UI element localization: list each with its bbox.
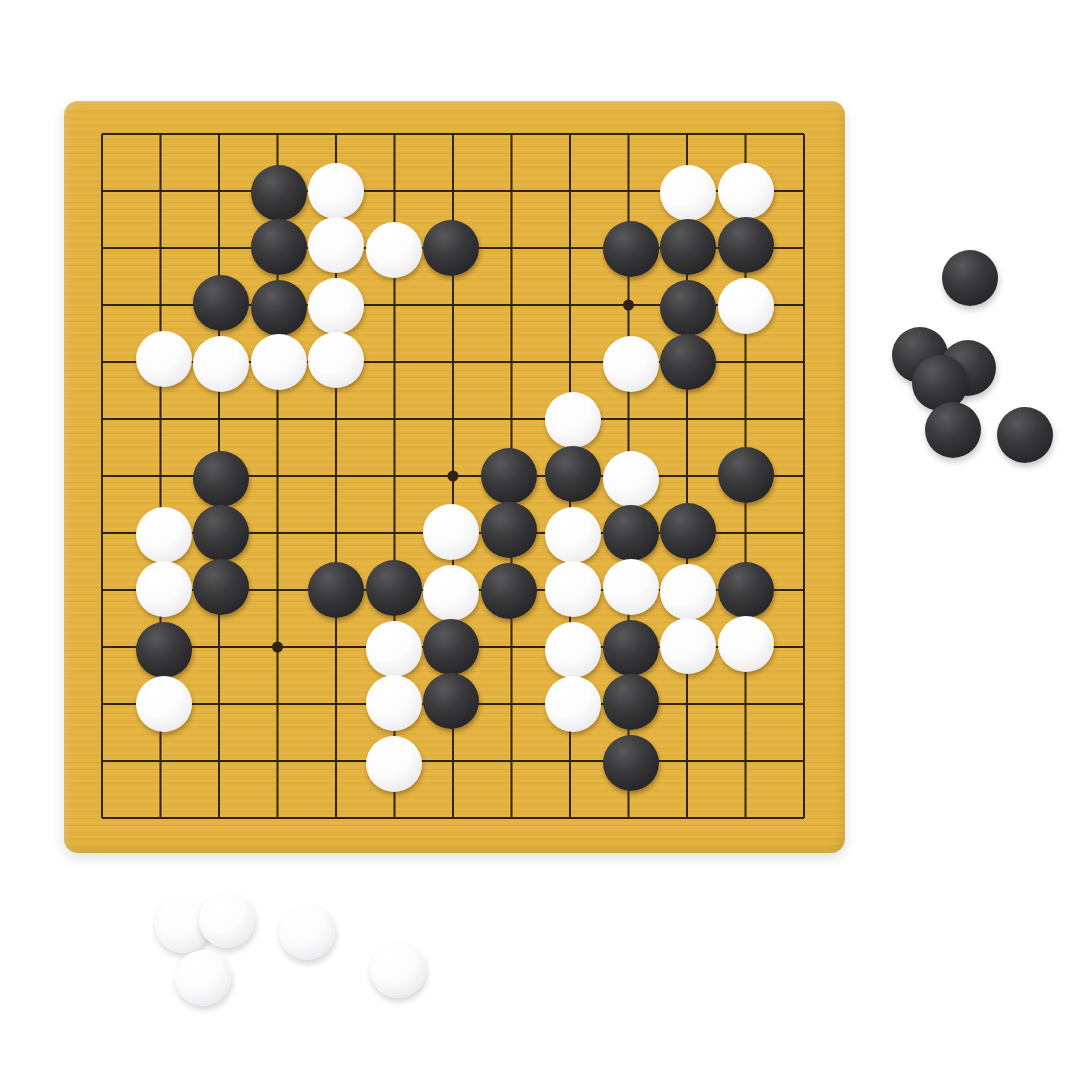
intersection-G8[interactable] — [424, 391, 483, 448]
black-stone-J7[interactable] — [545, 446, 601, 502]
intersection-N7[interactable] — [775, 448, 834, 505]
intersection-H2[interactable] — [482, 733, 541, 790]
white-stone-K7[interactable] — [603, 451, 659, 507]
intersection-J13[interactable] — [541, 106, 600, 163]
intersection-C4[interactable] — [190, 619, 249, 676]
intersection-L3[interactable] — [658, 676, 717, 733]
intersection-M12[interactable] — [716, 163, 775, 220]
intersection-K10[interactable] — [599, 277, 658, 334]
intersection-F2[interactable] — [365, 733, 424, 790]
intersection-L9[interactable] — [658, 334, 717, 391]
intersection-M9[interactable] — [716, 334, 775, 391]
white-stone-F3[interactable] — [366, 675, 422, 731]
intersection-N3[interactable] — [775, 676, 834, 733]
intersection-M1[interactable] — [716, 790, 775, 847]
white-stone-B3[interactable] — [136, 676, 192, 732]
intersection-K9[interactable] — [599, 334, 658, 391]
white-stone-L5[interactable] — [660, 564, 716, 620]
white-stone-M10[interactable] — [718, 278, 774, 334]
intersection-D1[interactable] — [248, 790, 307, 847]
intersection-F11[interactable] — [365, 220, 424, 277]
intersection-B9[interactable] — [131, 334, 190, 391]
intersection-L10[interactable] — [658, 277, 717, 334]
intersection-G5[interactable] — [424, 562, 483, 619]
intersection-D4[interactable] — [248, 619, 307, 676]
intersection-G10[interactable] — [424, 277, 483, 334]
black-stone-D11[interactable] — [251, 219, 307, 275]
black-stone-G4[interactable] — [423, 619, 479, 675]
intersection-J4[interactable] — [541, 619, 600, 676]
black-stone-H7[interactable] — [481, 448, 537, 504]
intersection-E13[interactable] — [307, 106, 366, 163]
intersection-G4[interactable] — [424, 619, 483, 676]
board-intersections-grid — [73, 106, 834, 847]
white-stone-E12[interactable] — [308, 163, 364, 219]
intersection-G7[interactable] — [424, 448, 483, 505]
black-stone-H5[interactable] — [481, 563, 537, 619]
black-stone-C7[interactable] — [193, 451, 249, 507]
intersection-B3[interactable] — [131, 676, 190, 733]
white-stone-J3[interactable] — [545, 676, 601, 732]
black-stone-H6[interactable] — [481, 502, 537, 558]
intersection-B12[interactable] — [131, 163, 190, 220]
intersection-A8[interactable] — [73, 391, 132, 448]
intersection-B5[interactable] — [131, 562, 190, 619]
intersection-C9[interactable] — [190, 334, 249, 391]
intersection-B4[interactable] — [131, 619, 190, 676]
black-stone-K11[interactable] — [603, 221, 659, 277]
intersection-L13[interactable] — [658, 106, 717, 163]
intersection-N8[interactable] — [775, 391, 834, 448]
loose-white-stone-4[interactable] — [279, 904, 335, 960]
intersection-D12[interactable] — [248, 163, 307, 220]
intersection-M11[interactable] — [716, 220, 775, 277]
intersection-F10[interactable] — [365, 277, 424, 334]
intersection-F8[interactable] — [365, 391, 424, 448]
white-stone-M12[interactable] — [718, 163, 774, 219]
intersection-C5[interactable] — [190, 562, 249, 619]
intersection-H7[interactable] — [482, 448, 541, 505]
intersection-J2[interactable] — [541, 733, 600, 790]
intersection-N6[interactable] — [775, 505, 834, 562]
intersection-M7[interactable] — [716, 448, 775, 505]
loose-black-stone-1[interactable] — [942, 250, 998, 306]
intersection-N1[interactable] — [775, 790, 834, 847]
intersection-L5[interactable] — [658, 562, 717, 619]
intersection-N4[interactable] — [775, 619, 834, 676]
intersection-K2[interactable] — [599, 733, 658, 790]
intersection-H1[interactable] — [482, 790, 541, 847]
intersection-C8[interactable] — [190, 391, 249, 448]
intersection-E9[interactable] — [307, 334, 366, 391]
intersection-N2[interactable] — [775, 733, 834, 790]
intersection-E4[interactable] — [307, 619, 366, 676]
intersection-H3[interactable] — [482, 676, 541, 733]
intersection-B2[interactable] — [131, 733, 190, 790]
intersection-A6[interactable] — [73, 505, 132, 562]
intersection-J7[interactable] — [541, 448, 600, 505]
intersection-L7[interactable] — [658, 448, 717, 505]
intersection-M6[interactable] — [716, 505, 775, 562]
intersection-E7[interactable] — [307, 448, 366, 505]
intersection-F3[interactable] — [365, 676, 424, 733]
intersection-G6[interactable] — [424, 505, 483, 562]
intersection-J12[interactable] — [541, 163, 600, 220]
intersection-F1[interactable] — [365, 790, 424, 847]
white-stone-B6[interactable] — [136, 507, 192, 563]
white-stone-E9[interactable] — [308, 332, 364, 388]
intersection-K12[interactable] — [599, 163, 658, 220]
intersection-D10[interactable] — [248, 277, 307, 334]
black-stone-C5[interactable] — [193, 559, 249, 615]
black-stone-B4[interactable] — [136, 622, 192, 678]
intersection-M10[interactable] — [716, 277, 775, 334]
white-stone-G5[interactable] — [423, 565, 479, 621]
intersection-L8[interactable] — [658, 391, 717, 448]
white-stone-L4[interactable] — [660, 618, 716, 674]
white-stone-F4[interactable] — [366, 621, 422, 677]
intersection-D11[interactable] — [248, 220, 307, 277]
intersection-J3[interactable] — [541, 676, 600, 733]
intersection-C1[interactable] — [190, 790, 249, 847]
white-stone-B9[interactable] — [136, 331, 192, 387]
white-stone-E10[interactable] — [308, 278, 364, 334]
black-stone-C10[interactable] — [193, 275, 249, 331]
intersection-A9[interactable] — [73, 334, 132, 391]
intersection-M2[interactable] — [716, 733, 775, 790]
intersection-H8[interactable] — [482, 391, 541, 448]
loose-black-stone-5[interactable] — [925, 402, 981, 458]
intersection-N10[interactable] — [775, 277, 834, 334]
intersection-F5[interactable] — [365, 562, 424, 619]
intersection-H4[interactable] — [482, 619, 541, 676]
intersection-G2[interactable] — [424, 733, 483, 790]
white-stone-J6[interactable] — [545, 507, 601, 563]
intersection-F9[interactable] — [365, 334, 424, 391]
intersection-G3[interactable] — [424, 676, 483, 733]
intersection-E8[interactable] — [307, 391, 366, 448]
intersection-F7[interactable] — [365, 448, 424, 505]
intersection-H10[interactable] — [482, 277, 541, 334]
intersection-L12[interactable] — [658, 163, 717, 220]
black-stone-L9[interactable] — [660, 334, 716, 390]
black-stone-G3[interactable] — [423, 673, 479, 729]
black-stone-K2[interactable] — [603, 735, 659, 791]
intersection-B10[interactable] — [131, 277, 190, 334]
white-stone-E11[interactable] — [308, 217, 364, 273]
intersection-F13[interactable] — [365, 106, 424, 163]
white-stone-J8[interactable] — [545, 392, 601, 448]
intersection-F6[interactable] — [365, 505, 424, 562]
loose-black-stone-6[interactable] — [997, 407, 1053, 463]
intersection-A4[interactable] — [73, 619, 132, 676]
black-stone-K4[interactable] — [603, 620, 659, 676]
intersection-B7[interactable] — [131, 448, 190, 505]
white-stone-F11[interactable] — [366, 222, 422, 278]
intersection-L4[interactable] — [658, 619, 717, 676]
intersection-E5[interactable] — [307, 562, 366, 619]
intersection-C11[interactable] — [190, 220, 249, 277]
black-stone-L10[interactable] — [660, 280, 716, 336]
black-stone-D10[interactable] — [251, 280, 307, 336]
go-board — [64, 101, 845, 853]
intersection-B6[interactable] — [131, 505, 190, 562]
intersection-E1[interactable] — [307, 790, 366, 847]
black-stone-K6[interactable] — [603, 505, 659, 561]
intersection-C12[interactable] — [190, 163, 249, 220]
intersection-B1[interactable] — [131, 790, 190, 847]
intersection-C2[interactable] — [190, 733, 249, 790]
white-stone-J5[interactable] — [545, 561, 601, 617]
black-stone-F5[interactable] — [366, 560, 422, 616]
intersection-H13[interactable] — [482, 106, 541, 163]
intersection-M3[interactable] — [716, 676, 775, 733]
intersection-B13[interactable] — [131, 106, 190, 163]
intersection-A7[interactable] — [73, 448, 132, 505]
intersection-J5[interactable] — [541, 562, 600, 619]
intersection-L6[interactable] — [658, 505, 717, 562]
loose-white-stone-2[interactable] — [199, 892, 255, 948]
intersection-G1[interactable] — [424, 790, 483, 847]
black-stone-L11[interactable] — [660, 219, 716, 275]
intersection-A13[interactable] — [73, 106, 132, 163]
loose-white-stone-3[interactable] — [175, 950, 231, 1006]
intersection-B8[interactable] — [131, 391, 190, 448]
white-stone-J4[interactable] — [545, 622, 601, 678]
intersection-A12[interactable] — [73, 163, 132, 220]
intersection-K4[interactable] — [599, 619, 658, 676]
intersection-G11[interactable] — [424, 220, 483, 277]
white-stone-G6[interactable] — [423, 504, 479, 560]
white-stone-F2[interactable] — [366, 736, 422, 792]
black-stone-M7[interactable] — [718, 447, 774, 503]
intersection-A3[interactable] — [73, 676, 132, 733]
black-stone-M5[interactable] — [718, 562, 774, 618]
white-stone-C9[interactable] — [193, 336, 249, 392]
intersection-D7[interactable] — [248, 448, 307, 505]
white-stone-L12[interactable] — [660, 165, 716, 221]
intersection-K8[interactable] — [599, 391, 658, 448]
intersection-M8[interactable] — [716, 391, 775, 448]
intersection-M13[interactable] — [716, 106, 775, 163]
intersection-H9[interactable] — [482, 334, 541, 391]
intersection-A5[interactable] — [73, 562, 132, 619]
intersection-F4[interactable] — [365, 619, 424, 676]
intersection-N13[interactable] — [775, 106, 834, 163]
black-stone-G11[interactable] — [423, 220, 479, 276]
intersection-N12[interactable] — [775, 163, 834, 220]
intersection-J1[interactable] — [541, 790, 600, 847]
intersection-E10[interactable] — [307, 277, 366, 334]
intersection-L11[interactable] — [658, 220, 717, 277]
intersection-L2[interactable] — [658, 733, 717, 790]
intersection-J10[interactable] — [541, 277, 600, 334]
intersection-M4[interactable] — [716, 619, 775, 676]
intersection-E12[interactable] — [307, 163, 366, 220]
intersection-A10[interactable] — [73, 277, 132, 334]
intersection-L1[interactable] — [658, 790, 717, 847]
intersection-D8[interactable] — [248, 391, 307, 448]
intersection-G9[interactable] — [424, 334, 483, 391]
intersection-D5[interactable] — [248, 562, 307, 619]
intersection-E2[interactable] — [307, 733, 366, 790]
intersection-C13[interactable] — [190, 106, 249, 163]
black-stone-M11[interactable] — [718, 217, 774, 273]
intersection-J8[interactable] — [541, 391, 600, 448]
intersection-N9[interactable] — [775, 334, 834, 391]
intersection-H12[interactable] — [482, 163, 541, 220]
intersection-K1[interactable] — [599, 790, 658, 847]
intersection-J6[interactable] — [541, 505, 600, 562]
intersection-D9[interactable] — [248, 334, 307, 391]
intersection-C7[interactable] — [190, 448, 249, 505]
intersection-K13[interactable] — [599, 106, 658, 163]
intersection-E11[interactable] — [307, 220, 366, 277]
black-stone-C6[interactable] — [193, 505, 249, 561]
intersection-G13[interactable] — [424, 106, 483, 163]
intersection-K5[interactable] — [599, 562, 658, 619]
black-stone-D12[interactable] — [251, 165, 307, 221]
white-stone-K9[interactable] — [603, 336, 659, 392]
intersection-H6[interactable] — [482, 505, 541, 562]
black-stone-K3[interactable] — [603, 674, 659, 730]
intersection-K6[interactable] — [599, 505, 658, 562]
intersection-C3[interactable] — [190, 676, 249, 733]
black-stone-L6[interactable] — [660, 503, 716, 559]
intersection-A11[interactable] — [73, 220, 132, 277]
black-stone-E5[interactable] — [308, 562, 364, 618]
intersection-J11[interactable] — [541, 220, 600, 277]
intersection-C6[interactable] — [190, 505, 249, 562]
intersection-N11[interactable] — [775, 220, 834, 277]
intersection-M5[interactable] — [716, 562, 775, 619]
intersection-D6[interactable] — [248, 505, 307, 562]
photo-background — [0, 0, 1080, 1080]
intersection-K7[interactable] — [599, 448, 658, 505]
intersection-H11[interactable] — [482, 220, 541, 277]
white-stone-B5[interactable] — [136, 561, 192, 617]
intersection-K3[interactable] — [599, 676, 658, 733]
intersection-C10[interactable] — [190, 277, 249, 334]
intersection-D2[interactable] — [248, 733, 307, 790]
loose-white-stone-5[interactable] — [370, 942, 426, 998]
intersection-K11[interactable] — [599, 220, 658, 277]
white-stone-M4[interactable] — [718, 616, 774, 672]
intersection-N5[interactable] — [775, 562, 834, 619]
intersection-D3[interactable] — [248, 676, 307, 733]
intersection-J9[interactable] — [541, 334, 600, 391]
intersection-E3[interactable] — [307, 676, 366, 733]
intersection-A2[interactable] — [73, 733, 132, 790]
white-stone-K5[interactable] — [603, 559, 659, 615]
white-stone-D9[interactable] — [251, 334, 307, 390]
intersection-E6[interactable] — [307, 505, 366, 562]
intersection-F12[interactable] — [365, 163, 424, 220]
intersection-G12[interactable] — [424, 163, 483, 220]
intersection-D13[interactable] — [248, 106, 307, 163]
intersection-H5[interactable] — [482, 562, 541, 619]
intersection-B11[interactable] — [131, 220, 190, 277]
intersection-A1[interactable] — [73, 790, 132, 847]
